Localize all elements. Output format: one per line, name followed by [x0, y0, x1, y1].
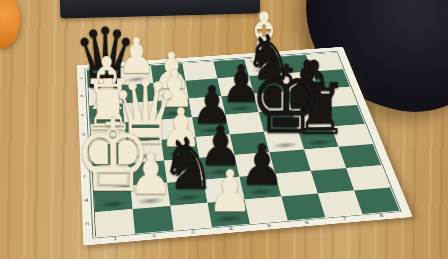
piece-shadow	[256, 84, 282, 91]
piece-shadow	[95, 134, 122, 142]
square-g3: ♞	[167, 180, 207, 206]
rank-label-6: 6	[304, 221, 309, 225]
square-g1: ♚	[94, 186, 133, 213]
square-d7: ♝	[292, 107, 332, 129]
piece-shadow	[159, 91, 185, 98]
square-e4	[196, 134, 235, 157]
square-d4: ♟	[192, 115, 230, 137]
piece-shadow	[305, 138, 333, 146]
square-g2: ♟	[130, 183, 170, 209]
rank-label-7: 7	[342, 217, 347, 221]
file-label-f: f	[83, 175, 85, 179]
orange-object	[0, 0, 20, 48]
file-label-g: g	[84, 198, 88, 202]
file-label-h: h	[85, 222, 89, 226]
square-e3: ♟	[161, 137, 199, 161]
file-label-a: a	[80, 77, 83, 80]
piece-shadow	[293, 100, 320, 108]
square-f8	[339, 144, 382, 168]
square-d5	[226, 112, 264, 134]
piece-shadow	[198, 126, 225, 134]
square-e7: ♜	[298, 127, 339, 150]
square-e8	[331, 124, 372, 147]
square-f5	[235, 152, 276, 176]
square-f3	[164, 158, 203, 183]
square-e6: ♚	[264, 129, 304, 152]
square-c2	[123, 101, 159, 122]
square-g8	[346, 165, 390, 190]
square-f4: ♟	[199, 155, 239, 180]
square-h8	[354, 187, 399, 214]
square-b6: ♞	[249, 74, 286, 94]
square-e2: ♛	[126, 140, 164, 164]
square-d3	[158, 117, 195, 139]
square-h1	[95, 209, 135, 237]
piece-shadow	[215, 214, 245, 224]
piece-shadow	[173, 193, 202, 203]
piece-shadow	[206, 168, 235, 177]
square-g4	[203, 177, 244, 203]
square-c4	[189, 96, 226, 117]
file-label-b: b	[80, 95, 84, 98]
piece-shadow	[94, 114, 120, 122]
square-b4	[185, 78, 221, 98]
square-c3: ♟	[156, 99, 192, 120]
square-c5: ♟	[221, 94, 258, 115]
square-d8	[325, 105, 365, 127]
square-g5: ♟	[239, 174, 281, 200]
square-h5	[245, 197, 288, 224]
piece-shadow	[271, 141, 299, 149]
piece-shadow	[247, 187, 277, 196]
piece-shadow	[251, 67, 276, 74]
rank-label-5: 5	[267, 224, 272, 229]
square-f1	[93, 163, 131, 188]
square-h3	[170, 203, 212, 231]
rank-label-2: 2	[152, 234, 157, 239]
rank-label-3: 3	[190, 230, 195, 235]
piece-shadow	[132, 152, 160, 161]
square-f2	[128, 161, 167, 186]
piece-shadow	[167, 149, 195, 158]
photo-scene: ♟♝♛♟♞♝♟♟♟♜♟♝♛♟♚♜♟♚♟♞♟♟ 12345678abcdefgh	[0, 0, 448, 259]
square-d2	[125, 120, 162, 143]
piece-shadow	[124, 76, 149, 83]
square-f7	[304, 147, 346, 171]
piece-shadow	[93, 96, 119, 104]
board-grid: ♟♝♛♟♞♝♟♟♟♜♟♝♛♟♚♜♟♚♟♞♟♟	[87, 52, 398, 236]
board-frame: ♟♝♛♟♞♝♟♟♟♜♟♝♛♟♚♜♟♚♟♞♟♟	[85, 51, 402, 238]
square-d1: ♜	[90, 122, 126, 145]
square-e5	[230, 132, 270, 155]
black-queen-b1: ♛	[72, 18, 138, 102]
piece-shadow	[299, 119, 326, 127]
piece-shadow	[136, 196, 165, 206]
piece-shadow	[99, 199, 128, 209]
file-label-c: c	[81, 113, 84, 116]
square-e1	[91, 142, 128, 166]
white-pawn-a2: ♟	[117, 31, 156, 80]
file-label-d: d	[82, 133, 86, 137]
square-b1: ♛	[89, 85, 123, 106]
square-h2	[133, 206, 174, 234]
rank-label-4: 4	[229, 227, 234, 232]
square-h4: ♟	[208, 200, 250, 227]
dark-object	[60, 0, 261, 19]
rank-label-8: 8	[379, 214, 384, 218]
file-label-e: e	[83, 154, 87, 158]
piece-shadow	[161, 109, 187, 117]
square-c8	[318, 87, 357, 108]
rank-label-1: 1	[113, 237, 117, 242]
piece-shadow	[228, 105, 255, 113]
